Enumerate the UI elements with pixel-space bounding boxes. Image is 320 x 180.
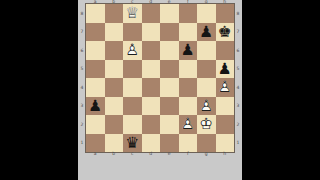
white-pawn: ♙ bbox=[197, 97, 216, 116]
rank-label-4: 4 bbox=[78, 78, 86, 97]
rank-label-3: 3 bbox=[234, 97, 242, 116]
black-pawn: ♟ bbox=[179, 41, 198, 60]
square-e2[interactable] bbox=[160, 115, 179, 134]
square-d6[interactable] bbox=[142, 41, 161, 60]
square-f2[interactable]: ♟♙ bbox=[179, 115, 198, 134]
square-c4[interactable] bbox=[123, 78, 142, 97]
square-g6[interactable] bbox=[197, 41, 216, 60]
rank-label-8: 8 bbox=[234, 4, 242, 23]
rank-label-8: 8 bbox=[78, 4, 86, 23]
square-a6[interactable] bbox=[86, 41, 105, 60]
white-queen: ♕ bbox=[123, 4, 142, 23]
chess-board: ♛♕♟♚♟♙♟♟♟♙♟♟♙♟♙♚♔♛ bbox=[86, 4, 234, 152]
square-h7[interactable]: ♚ bbox=[216, 23, 235, 42]
square-h8[interactable] bbox=[216, 4, 235, 23]
square-g3[interactable]: ♟♙ bbox=[197, 97, 216, 116]
square-f8[interactable] bbox=[179, 4, 198, 23]
square-b8[interactable] bbox=[105, 4, 124, 23]
square-h2[interactable] bbox=[216, 115, 235, 134]
video-frame: abcdefgh 87654321 ♛♕♟♚♟♙♟♟♟♙♟♟♙♟♙♚♔♛ 876… bbox=[0, 0, 320, 180]
square-e1[interactable] bbox=[160, 134, 179, 153]
square-c3[interactable] bbox=[123, 97, 142, 116]
white-queen-fill: ♛ bbox=[123, 4, 142, 23]
square-h1[interactable] bbox=[216, 134, 235, 153]
square-a4[interactable] bbox=[86, 78, 105, 97]
square-a3[interactable]: ♟ bbox=[86, 97, 105, 116]
square-a7[interactable] bbox=[86, 23, 105, 42]
square-d1[interactable] bbox=[142, 134, 161, 153]
rank-labels-right: 87654321 bbox=[234, 4, 242, 152]
rank-label-5: 5 bbox=[78, 60, 86, 79]
square-b4[interactable] bbox=[105, 78, 124, 97]
square-d7[interactable] bbox=[142, 23, 161, 42]
white-pawn-fill: ♟ bbox=[197, 97, 216, 116]
square-e4[interactable] bbox=[160, 78, 179, 97]
square-h4[interactable]: ♟♙ bbox=[216, 78, 235, 97]
rank-labels-left: 87654321 bbox=[78, 4, 86, 152]
square-c2[interactable] bbox=[123, 115, 142, 134]
square-g8[interactable] bbox=[197, 4, 216, 23]
square-f7[interactable] bbox=[179, 23, 198, 42]
square-f5[interactable] bbox=[179, 60, 198, 79]
square-f6[interactable]: ♟ bbox=[179, 41, 198, 60]
square-e7[interactable] bbox=[160, 23, 179, 42]
square-c8[interactable]: ♛♕ bbox=[123, 4, 142, 23]
game-caption: Csonka, Roland | ? (....) -- Brown, A | … bbox=[78, 157, 242, 180]
rank-label-1: 1 bbox=[234, 134, 242, 153]
square-g2[interactable]: ♚♔ bbox=[197, 115, 216, 134]
rank-label-6: 6 bbox=[78, 41, 86, 60]
rank-label-2: 2 bbox=[78, 115, 86, 134]
white-pawn: ♙ bbox=[216, 78, 235, 97]
square-c6[interactable]: ♟♙ bbox=[123, 41, 142, 60]
black-pawn: ♟ bbox=[197, 23, 216, 42]
square-g4[interactable] bbox=[197, 78, 216, 97]
square-f1[interactable] bbox=[179, 134, 198, 153]
square-b5[interactable] bbox=[105, 60, 124, 79]
square-h3[interactable] bbox=[216, 97, 235, 116]
rank-label-4: 4 bbox=[234, 78, 242, 97]
square-a8[interactable] bbox=[86, 4, 105, 23]
square-d5[interactable] bbox=[142, 60, 161, 79]
rank-label-7: 7 bbox=[78, 23, 86, 42]
square-e5[interactable] bbox=[160, 60, 179, 79]
square-b1[interactable] bbox=[105, 134, 124, 153]
square-d2[interactable] bbox=[142, 115, 161, 134]
square-b2[interactable] bbox=[105, 115, 124, 134]
square-a5[interactable] bbox=[86, 60, 105, 79]
square-c7[interactable] bbox=[123, 23, 142, 42]
square-e8[interactable] bbox=[160, 4, 179, 23]
white-king: ♔ bbox=[197, 115, 216, 134]
square-b7[interactable] bbox=[105, 23, 124, 42]
rank-label-7: 7 bbox=[234, 23, 242, 42]
white-pawn-fill: ♟ bbox=[179, 115, 198, 134]
square-d3[interactable] bbox=[142, 97, 161, 116]
square-f3[interactable] bbox=[179, 97, 198, 116]
rank-label-3: 3 bbox=[78, 97, 86, 116]
black-pawn: ♟ bbox=[86, 97, 105, 116]
square-f4[interactable] bbox=[179, 78, 198, 97]
square-c1[interactable]: ♛ bbox=[123, 134, 142, 153]
rank-label-6: 6 bbox=[234, 41, 242, 60]
square-h6[interactable] bbox=[216, 41, 235, 60]
rank-label-5: 5 bbox=[234, 60, 242, 79]
square-a2[interactable] bbox=[86, 115, 105, 134]
square-b6[interactable] bbox=[105, 41, 124, 60]
board-panel: abcdefgh 87654321 ♛♕♟♚♟♙♟♟♟♙♟♟♙♟♙♚♔♛ 876… bbox=[78, 0, 242, 180]
square-e6[interactable] bbox=[160, 41, 179, 60]
white-pawn-fill: ♟ bbox=[216, 78, 235, 97]
square-h5[interactable]: ♟ bbox=[216, 60, 235, 79]
rank-label-1: 1 bbox=[78, 134, 86, 153]
square-e3[interactable] bbox=[160, 97, 179, 116]
square-g1[interactable] bbox=[197, 134, 216, 153]
square-d4[interactable] bbox=[142, 78, 161, 97]
square-c5[interactable] bbox=[123, 60, 142, 79]
square-g5[interactable] bbox=[197, 60, 216, 79]
white-king-fill: ♚ bbox=[197, 115, 216, 134]
square-d8[interactable] bbox=[142, 4, 161, 23]
square-g7[interactable]: ♟ bbox=[197, 23, 216, 42]
square-a1[interactable] bbox=[86, 134, 105, 153]
rank-label-2: 2 bbox=[234, 115, 242, 134]
black-pawn: ♟ bbox=[216, 60, 235, 79]
white-pawn: ♙ bbox=[123, 41, 142, 60]
white-pawn-fill: ♟ bbox=[123, 41, 142, 60]
white-pawn: ♙ bbox=[179, 115, 198, 134]
square-b3[interactable] bbox=[105, 97, 124, 116]
black-king: ♚ bbox=[216, 23, 235, 42]
black-queen: ♛ bbox=[123, 134, 142, 153]
